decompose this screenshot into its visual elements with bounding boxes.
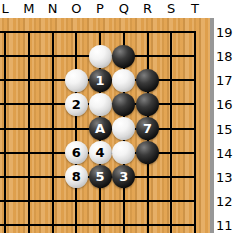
column-label-R: R [143,1,152,17]
column-label-Q: Q [119,1,129,17]
stone-P13[interactable]: 5 [89,165,112,188]
stone-P16[interactable] [89,93,112,116]
board-edge-shadow [210,18,214,233]
column-label-O: O [71,1,81,17]
row-label-12: 12 [216,193,233,208]
stone-P18[interactable] [89,45,112,68]
stone-O13[interactable]: 8 [65,165,88,188]
go-diagram: 12A764853 LMNOPQRST 191817161514131211 [0,0,236,233]
stone-P15[interactable]: A [89,117,112,140]
stone-R17[interactable] [136,69,159,92]
row-label-17: 17 [216,73,233,88]
row-label-19: 19 [216,25,233,40]
stone-R14[interactable] [136,141,159,164]
stone-Q14[interactable] [112,141,135,164]
stones-layer: 12A764853 [0,20,207,233]
stone-Q13[interactable]: 3 [112,165,135,188]
column-label-N: N [48,1,58,17]
row-label-13: 13 [216,169,233,184]
row-label-14: 14 [216,145,233,160]
column-label-M: M [23,1,34,17]
stone-Q18[interactable] [112,45,135,68]
stone-O17[interactable] [65,69,88,92]
row-label-11: 11 [216,218,233,233]
row-label-16: 16 [216,97,233,112]
stone-Q16[interactable] [112,93,135,116]
row-label-15: 15 [216,121,233,136]
column-label-P: P [96,1,104,17]
stone-Q15[interactable] [112,117,135,140]
stone-R16[interactable] [136,93,159,116]
go-board[interactable]: 12A764853 [0,18,210,233]
stone-P14[interactable]: 4 [89,141,112,164]
stone-O16[interactable]: 2 [65,93,88,116]
stone-P17[interactable]: 1 [89,69,112,92]
column-label-T: T [191,1,199,17]
row-label-18: 18 [216,49,233,64]
column-label-L: L [1,1,8,17]
column-label-S: S [167,1,175,17]
stone-R15[interactable]: 7 [136,117,159,140]
stone-Q17[interactable] [112,69,135,92]
stone-O14[interactable]: 6 [65,141,88,164]
